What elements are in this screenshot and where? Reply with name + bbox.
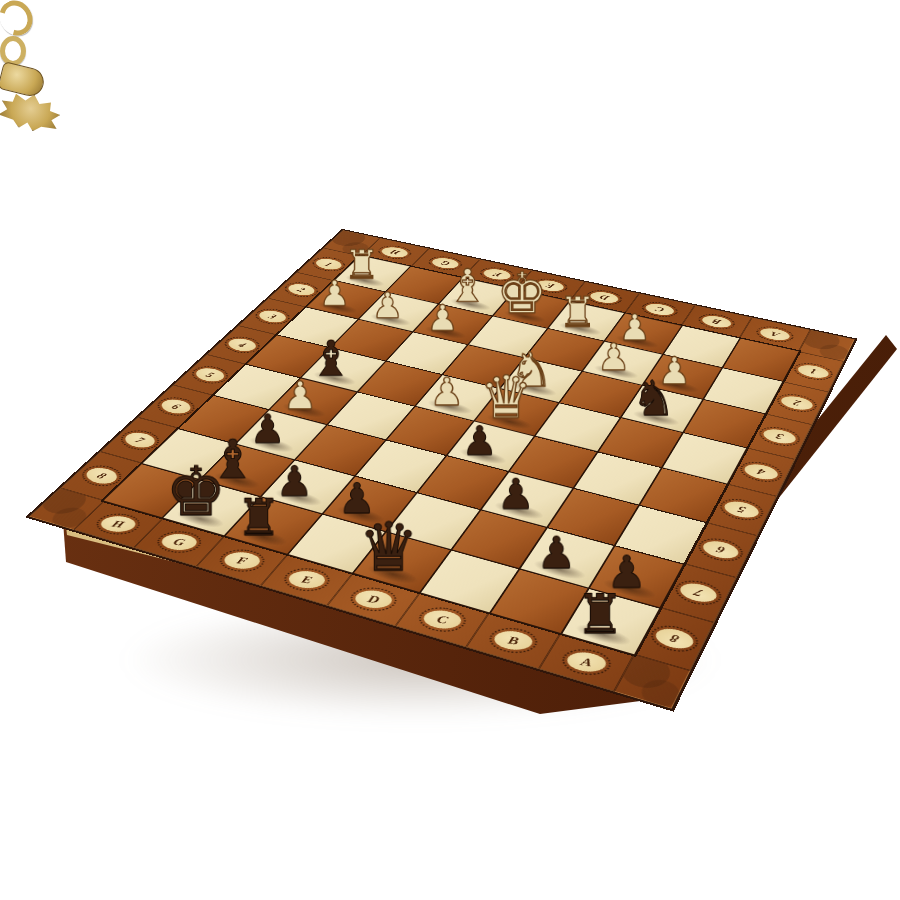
rank-label-1: 1 [796,363,831,380]
brown-rook-f8[interactable]: ♜ [236,494,281,542]
brown-pawn-b7[interactable]: ♟ [536,533,575,575]
rank-label-3: 3 [761,427,799,446]
brown-queen-d8[interactable]: ♛ [359,515,419,579]
white-pawn-g5[interactable]: ♟ [283,378,317,414]
white-pawn-c2[interactable]: ♟ [597,340,630,375]
brass-loop-icon [0,36,26,66]
rank-label-8: 8 [81,465,123,487]
white-pawn-f2[interactable]: ♟ [426,301,458,335]
rank-label-2: 2 [779,394,816,412]
rank-label-7: 7 [677,580,720,605]
rank-label-5: 5 [191,365,229,383]
white-pawn-h2[interactable]: ♟ [319,277,350,310]
rank-label-7: 7 [120,430,160,451]
brown-king-g8[interactable]: ♚ [166,459,227,523]
file-label-b: B [700,314,734,330]
file-label-c: C [421,608,464,630]
rank-label-3: 3 [255,308,291,324]
rank-label-5: 5 [722,498,762,520]
file-label-a: A [565,650,608,674]
brown-knight-b3[interactable]: ♞ [632,375,676,421]
file-label-g: G [158,532,200,552]
brown-pawn-c6[interactable]: ♟ [497,475,535,515]
rank-label-6: 6 [157,397,196,416]
file-label-d: D [352,588,394,610]
file-label-b: B [492,629,535,652]
product-photo-scene: HGFEDCBA HGFEDCBA 12345678 12345678 ♜♝♚♜… [0,0,900,900]
brown-rook-a8[interactable]: ♜ [576,589,625,640]
white-pawn-g2[interactable]: ♟ [372,289,404,323]
rank-label-4: 4 [224,336,261,353]
rank-label-4: 4 [742,461,781,482]
rank-label-1: 1 [312,257,346,272]
file-label-a: A [758,326,792,342]
file-label-h: H [378,245,411,259]
brown-pawn-d5[interactable]: ♟ [462,422,498,460]
white-pawn-e4[interactable]: ♟ [429,374,463,410]
brass-hook-icon [0,0,39,42]
file-label-h: H [97,514,139,533]
rank-label-6: 6 [700,538,742,561]
file-label-f: F [221,550,263,570]
rank-label-2: 2 [284,282,319,298]
rank-label-8: 8 [652,625,697,652]
brass-clasp-icon [0,61,47,99]
file-label-e: E [286,569,328,590]
